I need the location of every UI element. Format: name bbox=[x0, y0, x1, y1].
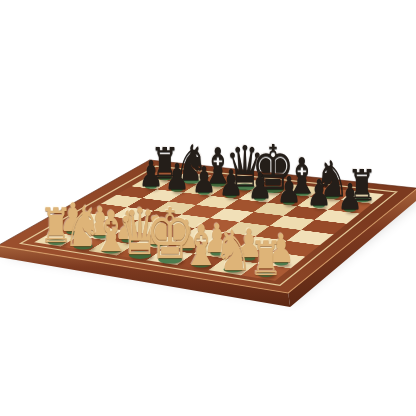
product-photo-stage: ♜♞♝♟♛♟♚♟♝♟♞♟♜♟♟♟♟♟♟♜♟♞♟♝♟♛♟♚♟♝♞♜ bbox=[0, 0, 416, 416]
